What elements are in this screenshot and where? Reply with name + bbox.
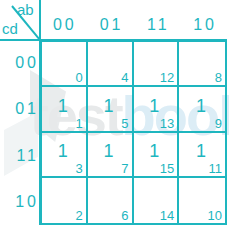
cell-value: 1 — [196, 141, 206, 162]
minterm-index: 12 — [160, 70, 174, 85]
kmap-cell-m7: 17 — [88, 133, 134, 178]
cell-value: 1 — [103, 96, 113, 117]
cell-value: 1 — [58, 141, 68, 162]
kmap-cell-m15: 115 — [134, 133, 180, 178]
minterm-index: 13 — [160, 116, 174, 131]
kmap-cell-m2: 2 — [42, 178, 88, 223]
kmap-cell-m13: 113 — [134, 87, 180, 132]
kmap-cell-m9: 19 — [179, 87, 225, 132]
column-header-11: 11 — [134, 12, 181, 38]
minterm-index: 9 — [215, 116, 222, 131]
column-header-00: 00 — [40, 12, 87, 38]
kmap-cell-m10: 10 — [179, 178, 225, 223]
cell-value: 1 — [58, 96, 68, 117]
minterm-index: 6 — [121, 208, 128, 223]
column-header-01: 01 — [87, 12, 134, 38]
kmap-cell-m0: 0 — [42, 42, 88, 87]
kmap-cell-m14: 14 — [134, 178, 180, 223]
minterm-index: 11 — [209, 161, 223, 176]
cell-value: 1 — [196, 96, 206, 117]
kmap-cell-m5: 15 — [88, 87, 134, 132]
kmap-cell-m4: 4 — [88, 42, 134, 87]
minterm-index: 8 — [215, 70, 222, 85]
column-variable-label: ab — [17, 1, 34, 18]
minterm-index: 10 — [208, 208, 222, 223]
kmap-cell-m1: 11 — [42, 87, 88, 132]
minterm-index: 3 — [76, 161, 83, 176]
minterm-index: 2 — [76, 208, 83, 223]
kmap-cell-m12: 12 — [134, 42, 180, 87]
minterm-index: 14 — [160, 208, 174, 223]
row-header-10: 10 — [0, 179, 39, 225]
kmap-diagram: testbook ab cd 00 01 11 10 00 01 11 10 0… — [0, 0, 229, 230]
minterm-index: 15 — [160, 161, 174, 176]
kmap-cell-m8: 8 — [179, 42, 225, 87]
kmap-grid: 0 4 12 8 11 15 113 19 13 17 115 111 2 6 … — [40, 40, 227, 225]
kmap-cell-m11: 111 — [179, 133, 225, 178]
kmap-cell-m3: 13 — [42, 133, 88, 178]
kmap-cell-m6: 6 — [88, 178, 134, 223]
cell-value: 1 — [103, 141, 113, 162]
row-headers: 00 01 11 10 — [0, 40, 37, 225]
minterm-index: 4 — [121, 70, 128, 85]
column-headers: 00 01 11 10 — [40, 12, 227, 38]
kmap: ab cd 00 01 11 10 00 01 11 10 0 4 12 8 1… — [0, 0, 229, 230]
column-header-10: 10 — [180, 12, 227, 38]
minterm-index: 1 — [76, 116, 83, 131]
cell-value: 1 — [149, 141, 159, 162]
minterm-index: 7 — [121, 161, 128, 176]
cell-value: 1 — [149, 96, 159, 117]
row-header-11: 11 — [0, 133, 39, 179]
row-variable-label: cd — [2, 20, 18, 37]
minterm-index: 5 — [121, 116, 128, 131]
row-header-01: 01 — [0, 86, 39, 132]
row-header-00: 00 — [0, 40, 39, 86]
minterm-index: 0 — [76, 70, 83, 85]
